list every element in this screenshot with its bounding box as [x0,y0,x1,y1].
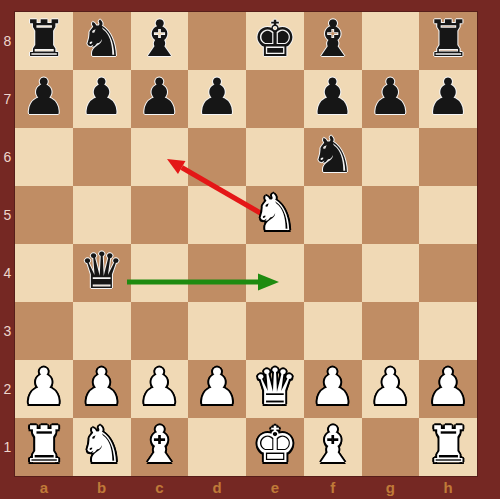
piece-black-rook[interactable]: ♜ [426,14,471,64]
piece-black-pawn[interactable]: ♟ [79,72,124,122]
piece-white-king[interactable]: ♚ [252,420,297,470]
square-b1[interactable]: ♞ [73,418,131,476]
square-g5[interactable] [362,186,420,244]
square-b8[interactable]: ♞ [73,12,131,70]
square-h2[interactable]: ♟ [419,360,477,418]
square-g7[interactable]: ♟ [362,70,420,128]
square-h3[interactable] [419,302,477,360]
piece-black-rook[interactable]: ♜ [21,14,66,64]
square-d5[interactable] [188,186,246,244]
piece-white-pawn[interactable]: ♟ [137,362,182,412]
square-a4[interactable] [15,244,73,302]
file-label-e: e [246,476,304,499]
square-f1[interactable]: ♝ [304,418,362,476]
square-g1[interactable] [362,418,420,476]
square-f3[interactable] [304,302,362,360]
square-h8[interactable]: ♜ [419,12,477,70]
square-e3[interactable] [246,302,304,360]
rank-labels: 87654321 [0,12,15,476]
piece-black-pawn[interactable]: ♟ [195,72,240,122]
piece-white-pawn[interactable]: ♟ [195,362,240,412]
square-f7[interactable]: ♟ [304,70,362,128]
rank-label-4: 4 [0,244,15,302]
file-label-c: c [131,476,189,499]
square-d3[interactable] [188,302,246,360]
square-e7[interactable] [246,70,304,128]
square-e4[interactable] [246,244,304,302]
square-b5[interactable] [73,186,131,244]
square-a8[interactable]: ♜ [15,12,73,70]
square-c7[interactable]: ♟ [131,70,189,128]
rank-label-6: 6 [0,128,15,186]
piece-black-knight[interactable]: ♞ [310,130,355,180]
file-label-d: d [188,476,246,499]
piece-white-queen[interactable]: ♛ [252,362,297,412]
rank-label-3: 3 [0,302,15,360]
piece-white-bishop[interactable]: ♝ [137,420,182,470]
square-b6[interactable] [73,128,131,186]
square-e8[interactable]: ♚ [246,12,304,70]
square-g4[interactable] [362,244,420,302]
square-f2[interactable]: ♟ [304,360,362,418]
square-g8[interactable] [362,12,420,70]
square-d8[interactable] [188,12,246,70]
square-d2[interactable]: ♟ [188,360,246,418]
rank-label-1: 1 [0,418,15,476]
rank-label-2: 2 [0,360,15,418]
square-b2[interactable]: ♟ [73,360,131,418]
square-h5[interactable] [419,186,477,244]
square-e2[interactable]: ♛ [246,360,304,418]
square-e6[interactable] [246,128,304,186]
square-c2[interactable]: ♟ [131,360,189,418]
piece-black-king[interactable]: ♚ [252,14,297,64]
piece-black-pawn[interactable]: ♟ [310,72,355,122]
square-d6[interactable] [188,128,246,186]
square-f8[interactable]: ♝ [304,12,362,70]
square-d7[interactable]: ♟ [188,70,246,128]
file-label-f: f [304,476,362,499]
square-a1[interactable]: ♜ [15,418,73,476]
piece-white-pawn[interactable]: ♟ [79,362,124,412]
piece-white-knight[interactable]: ♞ [79,420,124,470]
chess-board[interactable]: ♜♞♝♚♝♜♟♟♟♟♟♟♟♞♞♛♟♟♟♟♛♟♟♟♜♞♝♚♝♜ [15,12,477,476]
file-label-a: a [15,476,73,499]
rank-label-7: 7 [0,70,15,128]
square-c5[interactable] [131,186,189,244]
rank-label-5: 5 [0,186,15,244]
square-h1[interactable]: ♜ [419,418,477,476]
file-labels: abcdefgh [15,476,477,499]
square-b3[interactable] [73,302,131,360]
square-d4[interactable] [188,244,246,302]
square-h4[interactable] [419,244,477,302]
piece-black-pawn[interactable]: ♟ [137,72,182,122]
square-b4[interactable]: ♛ [73,244,131,302]
square-a3[interactable] [15,302,73,360]
file-label-g: g [362,476,420,499]
square-c3[interactable] [131,302,189,360]
piece-black-pawn[interactable]: ♟ [426,72,471,122]
square-a7[interactable]: ♟ [15,70,73,128]
square-e1[interactable]: ♚ [246,418,304,476]
square-a2[interactable]: ♟ [15,360,73,418]
piece-black-bishop[interactable]: ♝ [137,14,182,64]
piece-black-knight[interactable]: ♞ [79,14,124,64]
piece-white-rook[interactable]: ♜ [21,420,66,470]
rank-label-8: 8 [0,12,15,70]
square-g6[interactable] [362,128,420,186]
square-f4[interactable] [304,244,362,302]
file-label-b: b [73,476,131,499]
square-c8[interactable]: ♝ [131,12,189,70]
piece-white-pawn[interactable]: ♟ [21,362,66,412]
square-g2[interactable]: ♟ [362,360,420,418]
square-a6[interactable] [15,128,73,186]
piece-black-bishop[interactable]: ♝ [310,14,355,64]
piece-white-knight[interactable]: ♞ [252,188,297,238]
square-f5[interactable] [304,186,362,244]
square-c4[interactable] [131,244,189,302]
square-h7[interactable]: ♟ [419,70,477,128]
square-e5[interactable]: ♞ [246,186,304,244]
square-c1[interactable]: ♝ [131,418,189,476]
piece-black-pawn[interactable]: ♟ [368,72,413,122]
square-h6[interactable] [419,128,477,186]
piece-white-pawn[interactable]: ♟ [310,362,355,412]
square-b7[interactable]: ♟ [73,70,131,128]
piece-black-queen[interactable]: ♛ [79,246,124,296]
square-f6[interactable]: ♞ [304,128,362,186]
square-g3[interactable] [362,302,420,360]
square-a5[interactable] [15,186,73,244]
piece-black-pawn[interactable]: ♟ [21,72,66,122]
square-c6[interactable] [131,128,189,186]
square-d1[interactable] [188,418,246,476]
piece-white-bishop[interactable]: ♝ [310,420,355,470]
piece-white-pawn[interactable]: ♟ [368,362,413,412]
piece-white-pawn[interactable]: ♟ [426,362,471,412]
piece-white-rook[interactable]: ♜ [426,420,471,470]
file-label-h: h [419,476,477,499]
board-frame: 87654321 ♜♞♝♚♝♜♟♟♟♟♟♟♟♞♞♛♟♟♟♟♛♟♟♟♜♞♝♚♝♜ … [0,0,500,499]
